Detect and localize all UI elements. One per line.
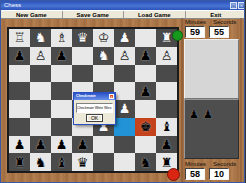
- maximize-button[interactable]: ▢: [230, 2, 237, 9]
- board-square[interactable]: [114, 82, 135, 100]
- board-square[interactable]: ♜: [9, 153, 30, 171]
- board-square[interactable]: ♖: [9, 29, 30, 47]
- board-square[interactable]: [93, 153, 114, 171]
- black-minutes-field[interactable]: 58: [185, 168, 205, 180]
- piece-wR[interactable]: ♜: [161, 31, 173, 44]
- chess-app-window: Chess ▢ ✕ New Game Save Game Load Game E…: [0, 0, 245, 183]
- seconds-label: Seconds: [213, 19, 236, 25]
- captured-piece-bP: ♟︎: [203, 109, 213, 120]
- menu-bar: New Game Save Game Load Game Exit: [1, 10, 245, 19]
- board-square[interactable]: ♟︎: [135, 82, 156, 100]
- board-square[interactable]: [51, 65, 72, 83]
- board-square[interactable]: ♟︎: [9, 47, 30, 65]
- board-square[interactable]: [72, 47, 93, 65]
- board-square[interactable]: [156, 100, 177, 118]
- piece-bR[interactable]: ♜: [14, 156, 26, 169]
- board-square[interactable]: ♟︎: [114, 29, 135, 47]
- piece-wN[interactable]: ♞: [35, 31, 47, 44]
- ok-button[interactable]: OK: [86, 114, 103, 122]
- board-square[interactable]: [9, 100, 30, 118]
- white-clock: 59 55: [185, 26, 229, 38]
- piece-bB[interactable]: ♝: [161, 120, 173, 133]
- board-square[interactable]: ♟︎: [30, 136, 51, 154]
- piece-bP[interactable]: ♟︎: [77, 138, 89, 151]
- captured-pieces-tray-top: [184, 39, 239, 99]
- checkmate-dialog: Checkmate x Checkmate White Wins OK: [73, 92, 116, 125]
- board-square[interactable]: ♞: [30, 29, 51, 47]
- minutes-label: Minutes: [185, 19, 206, 25]
- piece-wN[interactable]: ♞: [98, 49, 110, 62]
- wood-seam: [240, 18, 242, 183]
- piece-wP[interactable]: ♟︎: [119, 102, 131, 115]
- board-square[interactable]: ♟︎: [135, 47, 156, 65]
- white-seconds-field[interactable]: 55: [209, 26, 229, 38]
- piece-wP[interactable]: ♙: [119, 49, 131, 62]
- board-square[interactable]: ♚: [135, 118, 156, 136]
- board-square[interactable]: ♟︎: [114, 100, 135, 118]
- board-square[interactable]: [93, 136, 114, 154]
- piece-wP[interactable]: ♙: [161, 49, 173, 62]
- board-square[interactable]: [135, 136, 156, 154]
- board-square[interactable]: ♟︎: [51, 47, 72, 65]
- seconds-label: Seconds: [213, 161, 236, 167]
- window-titlebar: Chess ▢ ✕: [1, 1, 245, 10]
- piece-bP[interactable]: ♟︎: [140, 49, 152, 62]
- menu-new-game[interactable]: New Game: [1, 11, 63, 18]
- white-turn-indicator-dot: [172, 30, 183, 41]
- board-square[interactable]: [93, 65, 114, 83]
- board-square[interactable]: [30, 65, 51, 83]
- piece-bP[interactable]: ♟︎: [140, 85, 152, 98]
- board-square[interactable]: ♟︎: [156, 136, 177, 154]
- board-square[interactable]: [72, 65, 93, 83]
- piece-bN[interactable]: ♞: [35, 156, 47, 169]
- piece-bB[interactable]: ♝: [56, 156, 68, 169]
- piece-bP[interactable]: ♟︎: [14, 138, 26, 151]
- piece-bP[interactable]: ♟︎: [56, 49, 68, 62]
- board-square[interactable]: [156, 65, 177, 83]
- board-square[interactable]: [114, 65, 135, 83]
- board-square[interactable]: [9, 82, 30, 100]
- board-square[interactable]: [135, 29, 156, 47]
- window-title: Chess: [4, 2, 21, 8]
- board-square[interactable]: ♔: [93, 29, 114, 47]
- board-square[interactable]: [156, 82, 177, 100]
- menu-exit[interactable]: Exit: [186, 11, 246, 18]
- board-square[interactable]: ♟︎: [9, 136, 30, 154]
- piece-bP[interactable]: ♟︎: [56, 138, 68, 151]
- piece-wK[interactable]: ♔: [98, 31, 110, 44]
- black-seconds-field[interactable]: 10: [209, 168, 229, 180]
- checkmate-dialog-title: Checkmate: [76, 94, 96, 98]
- checkmate-dialog-titlebar: Checkmate x: [74, 93, 115, 100]
- board-square[interactable]: ♞: [30, 153, 51, 171]
- board-square[interactable]: ♝: [51, 153, 72, 171]
- captured-piece-bP: ♟︎: [189, 109, 199, 120]
- board-square[interactable]: [51, 82, 72, 100]
- menu-save-game[interactable]: Save Game: [63, 11, 125, 18]
- wood-seam: [181, 18, 183, 183]
- board-square[interactable]: [9, 65, 30, 83]
- window-controls: ▢ ✕: [230, 2, 245, 9]
- black-clock-labels: Minutes Seconds: [185, 161, 241, 167]
- board-square[interactable]: [30, 118, 51, 136]
- piece-wR[interactable]: ♖: [14, 31, 26, 44]
- board-square[interactable]: [135, 100, 156, 118]
- board-square[interactable]: [114, 136, 135, 154]
- board-square[interactable]: ♞: [135, 153, 156, 171]
- board-square[interactable]: [51, 100, 72, 118]
- board-square[interactable]: [30, 100, 51, 118]
- board-square[interactable]: [135, 65, 156, 83]
- board-square[interactable]: ♙: [114, 47, 135, 65]
- board-square[interactable]: [51, 118, 72, 136]
- piece-wP[interactable]: ♟︎: [119, 31, 131, 44]
- captured-pieces-tray-bottom: ♟︎♟︎: [184, 99, 239, 159]
- board-square[interactable]: ♛: [72, 29, 93, 47]
- piece-bP[interactable]: ♟︎: [161, 138, 173, 151]
- piece-bR[interactable]: ♜: [161, 156, 173, 169]
- piece-bN[interactable]: ♞: [140, 156, 152, 169]
- white-minutes-field[interactable]: 59: [185, 26, 205, 38]
- piece-bP[interactable]: ♟︎: [14, 49, 26, 62]
- black-clock: 58 10: [185, 168, 229, 180]
- piece-bQ[interactable]: ♛: [77, 156, 89, 169]
- board-square[interactable]: [30, 82, 51, 100]
- checkmate-message-box: Checkmate White Wins: [76, 103, 113, 113]
- checkmate-message: Checkmate White Wins: [77, 106, 111, 109]
- piece-wP[interactable]: ♙: [35, 49, 47, 62]
- board-square[interactable]: [114, 153, 135, 171]
- piece-wQ[interactable]: ♛: [77, 31, 89, 44]
- board-square[interactable]: [9, 118, 30, 136]
- piece-wB[interactable]: ♗: [56, 31, 68, 44]
- menu-load-game[interactable]: Load Game: [124, 11, 186, 18]
- close-button[interactable]: ✕: [238, 2, 245, 9]
- piece-bK[interactable]: ♚: [140, 120, 152, 133]
- board-square[interactable]: ♙: [30, 47, 51, 65]
- board-square[interactable]: ♞: [93, 47, 114, 65]
- white-clock-labels: Minutes Seconds: [185, 19, 241, 25]
- dialog-close-icon[interactable]: x: [109, 94, 114, 99]
- black-turn-indicator-dot: [167, 168, 180, 181]
- board-square[interactable]: ♙: [156, 47, 177, 65]
- board-square[interactable]: ♟︎: [51, 136, 72, 154]
- board-square[interactable]: ♝: [156, 118, 177, 136]
- board-square[interactable]: ♛: [72, 153, 93, 171]
- board-square[interactable]: ♟︎: [72, 136, 93, 154]
- board-square[interactable]: ♗: [51, 29, 72, 47]
- board-square[interactable]: [114, 118, 135, 136]
- piece-bP[interactable]: ♟︎: [35, 138, 47, 151]
- minutes-label: Minutes: [185, 161, 206, 167]
